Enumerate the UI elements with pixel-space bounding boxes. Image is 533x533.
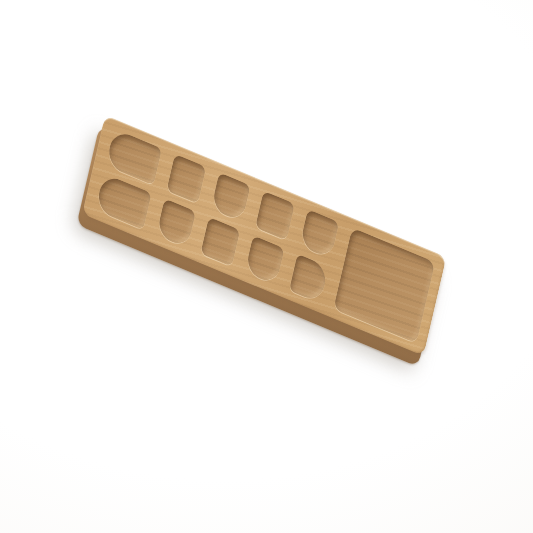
photo-scene bbox=[0, 0, 533, 533]
mancala-board bbox=[82, 115, 447, 356]
pit-top-5[interactable] bbox=[299, 209, 339, 259]
pit-top-3[interactable] bbox=[211, 172, 251, 222]
pit-bottom-4[interactable] bbox=[245, 235, 285, 285]
pit-bottom-3[interactable] bbox=[200, 217, 240, 267]
pit-bottom-2[interactable] bbox=[156, 198, 196, 248]
pit-top-4[interactable] bbox=[255, 191, 295, 241]
pit-top-2[interactable] bbox=[166, 154, 206, 204]
pit-bottom-5[interactable] bbox=[289, 254, 329, 304]
pit-bottom-1[interactable] bbox=[95, 173, 152, 230]
pit-top-1[interactable] bbox=[105, 129, 162, 186]
